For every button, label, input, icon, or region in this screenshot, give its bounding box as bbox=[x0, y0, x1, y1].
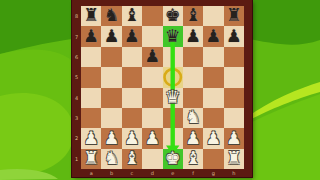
empty-g5 bbox=[203, 67, 223, 87]
rank-label-8: 8 bbox=[75, 14, 78, 19]
file-label-d: d bbox=[151, 170, 154, 175]
file-label-a: a bbox=[90, 170, 93, 175]
empty-c3 bbox=[122, 108, 142, 128]
empty-d3 bbox=[142, 108, 162, 128]
piece-black-knight-b8[interactable]: ♞ bbox=[101, 6, 121, 26]
piece-white-pawn-h2[interactable]: ♟ bbox=[224, 128, 244, 148]
empty-a6 bbox=[81, 47, 101, 67]
piece-black-pawn-g7[interactable]: ♟ bbox=[203, 26, 223, 46]
piece-black-bishop-f8[interactable]: ♝ bbox=[183, 6, 203, 26]
empty-c6 bbox=[122, 47, 142, 67]
empty-h3 bbox=[224, 108, 244, 128]
rank-label-7: 7 bbox=[75, 34, 78, 39]
empty-b6 bbox=[101, 47, 121, 67]
rank-label-6: 6 bbox=[75, 54, 78, 59]
piece-black-king-e8[interactable]: ♚ bbox=[163, 6, 183, 26]
empty-h5 bbox=[224, 67, 244, 87]
piece-white-rook-a1[interactable]: ♜ bbox=[81, 149, 101, 169]
empty-e6 bbox=[163, 47, 183, 67]
piece-black-pawn-b7[interactable]: ♟ bbox=[101, 26, 121, 46]
piece-black-pawn-h7[interactable]: ♟ bbox=[224, 26, 244, 46]
empty-g6 bbox=[203, 47, 223, 67]
piece-white-bishop-c1[interactable]: ♝ bbox=[122, 149, 142, 169]
piece-black-pawn-f7[interactable]: ♟ bbox=[183, 26, 203, 46]
thumbnail: ♜♞♝♚♝♜♟♟♟♛♟♟♟♟♛♞♟♟♟♟♟♟♟♜♞♝♚♝♜ 87654321ab… bbox=[0, 0, 320, 180]
empty-a3 bbox=[81, 108, 101, 128]
piece-black-pawn-a7[interactable]: ♟ bbox=[81, 26, 101, 46]
empty-g4 bbox=[203, 88, 223, 108]
piece-white-queen-e4[interactable]: ♛ bbox=[163, 88, 183, 108]
piece-white-pawn-f2[interactable]: ♟ bbox=[183, 128, 203, 148]
piece-white-bishop-f1[interactable]: ♝ bbox=[183, 149, 203, 169]
empty-g8 bbox=[203, 6, 223, 26]
empty-d7 bbox=[142, 26, 162, 46]
piece-black-rook-a8[interactable]: ♜ bbox=[81, 6, 101, 26]
file-label-b: b bbox=[110, 170, 113, 175]
file-label-e: e bbox=[171, 170, 174, 175]
piece-black-queen-e7[interactable]: ♛ bbox=[163, 26, 183, 46]
piece-black-rook-h8[interactable]: ♜ bbox=[224, 6, 244, 26]
empty-a5 bbox=[81, 67, 101, 87]
empty-d8 bbox=[142, 6, 162, 26]
empty-h4 bbox=[224, 88, 244, 108]
piece-black-pawn-d6[interactable]: ♟ bbox=[142, 47, 162, 67]
empty-f4 bbox=[183, 88, 203, 108]
empty-g1 bbox=[203, 149, 223, 169]
file-label-c: c bbox=[131, 170, 134, 175]
rank-label-2: 2 bbox=[75, 136, 78, 141]
piece-white-pawn-d2[interactable]: ♟ bbox=[142, 128, 162, 148]
piece-white-king-e1[interactable]: ♚ bbox=[163, 149, 183, 169]
empty-b3 bbox=[101, 108, 121, 128]
rank-label-3: 3 bbox=[75, 116, 78, 121]
file-label-g: g bbox=[212, 170, 215, 175]
empty-c4 bbox=[122, 88, 142, 108]
piece-white-knight-f3[interactable]: ♞ bbox=[183, 108, 203, 128]
empty-e3 bbox=[163, 108, 183, 128]
piece-white-rook-h1[interactable]: ♜ bbox=[224, 149, 244, 169]
file-label-f: f bbox=[192, 170, 194, 175]
rank-label-4: 4 bbox=[75, 95, 78, 100]
empty-c5 bbox=[122, 67, 142, 87]
empty-g3 bbox=[203, 108, 223, 128]
piece-white-pawn-a2[interactable]: ♟ bbox=[81, 128, 101, 148]
empty-f5 bbox=[183, 67, 203, 87]
chess-board: ♜♞♝♚♝♜♟♟♟♛♟♟♟♟♛♞♟♟♟♟♟♟♟♜♞♝♚♝♜ 87654321ab… bbox=[72, 0, 252, 177]
empty-f6 bbox=[183, 47, 203, 67]
file-label-h: h bbox=[232, 170, 235, 175]
rank-label-1: 1 bbox=[75, 156, 78, 161]
empty-b4 bbox=[101, 88, 121, 108]
piece-white-pawn-b2[interactable]: ♟ bbox=[101, 128, 121, 148]
board-pieces: ♜♞♝♚♝♜♟♟♟♛♟♟♟♟♛♞♟♟♟♟♟♟♟♜♞♝♚♝♜ bbox=[81, 6, 244, 169]
empty-a4 bbox=[81, 88, 101, 108]
empty-d1 bbox=[142, 149, 162, 169]
empty-e2 bbox=[163, 128, 183, 148]
empty-e5 bbox=[163, 67, 183, 87]
empty-d4 bbox=[142, 88, 162, 108]
rank-label-5: 5 bbox=[75, 75, 78, 80]
piece-black-pawn-c7[interactable]: ♟ bbox=[122, 26, 142, 46]
piece-white-pawn-c2[interactable]: ♟ bbox=[122, 128, 142, 148]
piece-white-pawn-g2[interactable]: ♟ bbox=[203, 128, 223, 148]
piece-white-knight-b1[interactable]: ♞ bbox=[101, 149, 121, 169]
empty-b5 bbox=[101, 67, 121, 87]
empty-d5 bbox=[142, 67, 162, 87]
empty-h6 bbox=[224, 47, 244, 67]
piece-black-bishop-c8[interactable]: ♝ bbox=[122, 6, 142, 26]
